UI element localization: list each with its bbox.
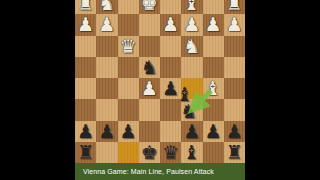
video-frame: ♜♞♚♝♜♟♟♟♟♟♟♛♞♞♟♟♝♝♞♟♟♟♟♟♟♜♚♛♝♜ Vienna Ga… <box>0 0 320 180</box>
square-b5[interactable]: ♝ <box>203 78 224 99</box>
square-e1[interactable]: ♚ <box>139 0 160 14</box>
piece-black-knight: ♞ <box>141 57 158 78</box>
square-e6[interactable] <box>139 99 160 120</box>
square-a5[interactable] <box>224 78 245 99</box>
square-b2[interactable]: ♟ <box>203 14 224 35</box>
square-d5[interactable]: ♟ <box>160 78 181 99</box>
square-d1[interactable] <box>160 0 181 14</box>
square-c6[interactable]: ♞ <box>181 99 202 120</box>
piece-black-king: ♚ <box>141 142 158 163</box>
square-d6[interactable] <box>160 99 181 120</box>
piece-black-pawn: ♟ <box>162 78 179 99</box>
square-f4[interactable] <box>118 57 139 78</box>
square-h5[interactable] <box>75 78 96 99</box>
square-a6[interactable] <box>224 99 245 120</box>
square-h1[interactable]: ♜ <box>75 0 96 14</box>
square-a4[interactable] <box>224 57 245 78</box>
square-g4[interactable] <box>96 57 117 78</box>
square-e4[interactable]: ♞ <box>139 57 160 78</box>
chess-board[interactable]: ♜♞♚♝♜♟♟♟♟♟♟♛♞♞♟♟♝♝♞♟♟♟♟♟♟♜♚♛♝♜ <box>75 0 245 163</box>
square-b4[interactable] <box>203 57 224 78</box>
piece-white-king: ♚ <box>141 0 158 14</box>
square-h3[interactable] <box>75 36 96 57</box>
piece-white-bishop: ♝ <box>183 0 200 14</box>
square-a7[interactable]: ♟ <box>224 121 245 142</box>
square-h2[interactable]: ♟ <box>75 14 96 35</box>
piece-black-knight: ♞ <box>180 101 197 122</box>
square-h7[interactable]: ♟ <box>75 121 96 142</box>
square-f3[interactable]: ♛ <box>118 36 139 57</box>
square-g2[interactable]: ♟ <box>96 14 117 35</box>
square-d8[interactable]: ♛ <box>160 142 181 163</box>
square-e7[interactable] <box>139 121 160 142</box>
piece-black-pawn: ♟ <box>98 121 115 142</box>
square-b6[interactable] <box>203 99 224 120</box>
square-a8[interactable]: ♜ <box>224 142 245 163</box>
square-f2[interactable] <box>118 14 139 35</box>
square-d7[interactable] <box>160 121 181 142</box>
square-c4[interactable] <box>181 57 202 78</box>
square-d4[interactable] <box>160 57 181 78</box>
square-b1[interactable] <box>203 0 224 14</box>
square-g6[interactable] <box>96 99 117 120</box>
square-a2[interactable]: ♟ <box>224 14 245 35</box>
piece-white-pawn: ♟ <box>77 14 94 35</box>
opening-banner: Vienna Game: Main Line, Paulsen Attack <box>75 163 245 180</box>
square-e3[interactable] <box>139 36 160 57</box>
square-g1[interactable]: ♞ <box>96 0 117 14</box>
piece-black-pawn: ♟ <box>226 121 243 142</box>
square-f7[interactable]: ♟ <box>118 121 139 142</box>
square-c3[interactable]: ♞ <box>181 36 202 57</box>
piece-black-bishop: ♝ <box>183 142 200 163</box>
square-h4[interactable] <box>75 57 96 78</box>
square-c7[interactable]: ♟ <box>181 121 202 142</box>
square-d3[interactable] <box>160 36 181 57</box>
piece-white-pawn: ♟ <box>183 14 200 35</box>
opening-name: Vienna Game: Main Line, Paulsen Attack <box>83 168 214 175</box>
square-b8[interactable] <box>203 142 224 163</box>
square-b7[interactable]: ♟ <box>203 121 224 142</box>
square-f5[interactable] <box>118 78 139 99</box>
piece-black-pawn: ♟ <box>183 121 200 142</box>
square-f6[interactable] <box>118 99 139 120</box>
square-f1[interactable] <box>118 0 139 14</box>
piece-white-pawn: ♟ <box>141 78 158 99</box>
piece-black-rook: ♜ <box>77 142 94 163</box>
square-h6[interactable] <box>75 99 96 120</box>
piece-white-bishop: ♝ <box>205 78 222 99</box>
piece-white-rook: ♜ <box>226 0 243 14</box>
square-g3[interactable] <box>96 36 117 57</box>
piece-black-pawn: ♟ <box>77 121 94 142</box>
square-a1[interactable]: ♜ <box>224 0 245 14</box>
piece-black-rook: ♜ <box>226 142 243 163</box>
piece-white-rook: ♜ <box>77 0 94 14</box>
square-c5[interactable]: ♝ <box>181 78 202 99</box>
piece-white-pawn: ♟ <box>205 14 222 35</box>
piece-black-pawn: ♟ <box>205 121 222 142</box>
square-c1[interactable]: ♝ <box>181 0 202 14</box>
square-a3[interactable] <box>224 36 245 57</box>
square-e8[interactable]: ♚ <box>139 142 160 163</box>
square-e5[interactable]: ♟ <box>139 78 160 99</box>
square-h8[interactable]: ♜ <box>75 142 96 163</box>
piece-white-pawn: ♟ <box>162 14 179 35</box>
piece-black-pawn: ♟ <box>120 121 137 142</box>
square-g5[interactable] <box>96 78 117 99</box>
square-e2[interactable] <box>139 14 160 35</box>
square-f8[interactable] <box>118 142 139 163</box>
piece-white-knight: ♞ <box>183 36 200 57</box>
square-g7[interactable]: ♟ <box>96 121 117 142</box>
piece-white-knight: ♞ <box>98 0 115 14</box>
square-c2[interactable]: ♟ <box>181 14 202 35</box>
piece-black-queen: ♛ <box>162 142 179 163</box>
square-b3[interactable] <box>203 36 224 57</box>
piece-white-pawn: ♟ <box>98 14 115 35</box>
piece-white-pawn: ♟ <box>226 14 243 35</box>
square-g8[interactable] <box>96 142 117 163</box>
square-d2[interactable]: ♟ <box>160 14 181 35</box>
square-c8[interactable]: ♝ <box>181 142 202 163</box>
piece-white-queen: ♛ <box>120 36 137 57</box>
